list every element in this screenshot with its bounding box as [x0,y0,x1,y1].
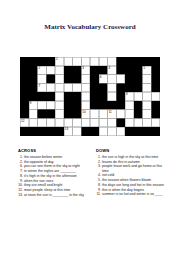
clue-item-text: people leave work and go home at this ti… [102,164,166,173]
clue-item-text: it's high in the sky in the afternoon [24,174,91,178]
clue-number: 1 [56,58,58,62]
letter-cell[interactable] [134,118,143,127]
block-cell [29,92,38,101]
block-cell [38,110,47,119]
letter-cell[interactable] [151,118,160,127]
letter-cell[interactable] [90,57,99,66]
letter-cell[interactable] [55,110,64,119]
letter-cell[interactable] [55,101,64,110]
block-cell [116,66,125,75]
letter-cell[interactable] [73,127,82,136]
block-cell [143,127,152,136]
clue-item-text: when the sun rises [24,178,91,182]
letter-cell[interactable] [143,101,152,110]
block-cell [38,57,47,66]
letter-cell[interactable] [38,75,47,84]
letter-cell[interactable] [143,92,152,101]
block-cell [90,101,99,110]
clue-number: 6 [100,75,102,79]
block-cell [90,75,99,84]
letter-cell[interactable] [108,57,117,66]
clue-item-text: at noon the sun is ________ in the sky [24,193,91,197]
clue-item: 7.in winter the nights are ________ [18,169,91,173]
clue-number: 11 [109,110,112,114]
letter-cell[interactable] [73,118,82,127]
letter-cell[interactable]: 2 [38,66,47,75]
block-cell [151,57,160,66]
clue-item-text: leaves do this in autumn [102,159,166,163]
letter-cell[interactable] [55,118,64,127]
block-cell [134,83,143,92]
block-cell [151,110,160,119]
block-cell [29,83,38,92]
letter-cell[interactable] [81,101,90,110]
letter-cell[interactable] [143,110,152,119]
clue-item: 8.it's high in the sky in the afternoon [18,174,91,178]
clue-item: 3.people leave work and go home at this … [96,164,166,173]
letter-cell[interactable]: 8 [125,92,134,101]
letter-cell[interactable] [108,127,117,136]
clue-item-text: the days are long and hot in this season [102,183,166,187]
letter-cell[interactable] [38,101,47,110]
letter-cell[interactable] [46,83,55,92]
clue-item: 9.when the sun rises [18,178,91,182]
worksheet-page: Matrix Vocabulary Crossword 123456789101… [0,0,180,256]
block-cell [125,57,134,66]
block-cell [20,57,29,66]
letter-cell[interactable] [64,118,73,127]
block-cell [64,92,73,101]
clue-number: 8 [126,93,128,97]
page-inner: Matrix Vocabulary Crossword 123456789101… [0,0,180,256]
clue-item: 6.you can see them in the sky at night [18,164,91,168]
clue-item: 10.they are small and bright [18,183,91,187]
letter-cell[interactable] [99,57,108,66]
across-header: ACROSS [18,148,91,153]
letter-cell[interactable] [108,75,117,84]
letter-cell[interactable] [29,118,38,127]
block-cell [29,66,38,75]
letter-cell[interactable]: 4 [108,66,117,75]
block-cell [64,75,73,84]
block-cell [90,127,99,136]
clue-number: 5 [144,66,146,70]
letter-cell[interactable] [108,83,117,92]
letter-cell[interactable]: 10 [81,110,90,119]
block-cell [73,101,82,110]
block-cell [134,66,143,75]
letter-cell[interactable] [64,57,73,66]
letter-cell[interactable] [108,92,117,101]
block-cell [116,57,125,66]
letter-cell[interactable] [73,57,82,66]
clue-item-text: they are small and bright [24,183,91,187]
letter-cell[interactable] [55,66,64,75]
letter-cell[interactable] [38,118,47,127]
block-cell [134,101,143,110]
clue-item: 11.summer is so hot and winter is so ___… [96,192,166,196]
block-cell [46,57,55,66]
clue-item-text: not cold [102,173,166,177]
letter-cell[interactable]: 13 [64,127,73,136]
letter-cell[interactable] [108,118,117,127]
clue-number: 4 [109,66,111,70]
letter-cell[interactable] [143,75,152,84]
clue-item: 1.the sun is high in the sky at this tim… [96,155,166,159]
clue-item-text: this is when the day begins [102,187,166,191]
letter-cell[interactable] [81,75,90,84]
letter-cell[interactable]: 1 [55,57,64,66]
clue-item-text: the opposite of day [24,159,91,163]
block-cell [73,110,82,119]
letter-cell[interactable]: 3 [81,66,90,75]
letter-cell[interactable] [55,83,64,92]
letter-cell[interactable] [55,92,64,101]
block-cell [134,127,143,136]
block-cell [20,83,29,92]
letter-cell[interactable] [99,127,108,136]
clue-number: 7 [39,84,41,88]
clue-number: 10 [82,110,85,114]
block-cell [46,75,55,84]
page-title: Matrix Vocabulary Crossword [0,23,180,31]
letter-cell[interactable]: 11 [108,110,117,119]
across-clues-section: ACROSS 1.the season before winter2.the o… [18,148,91,197]
block-cell [29,57,38,66]
clue-item: 12.most people sleep at this time [18,188,91,192]
block-cell [90,83,99,92]
block-cell [29,75,38,84]
letter-cell[interactable]: 6 [99,75,108,84]
letter-cell[interactable]: 9 [29,101,38,110]
letter-cell[interactable] [64,83,73,92]
block-cell [125,127,134,136]
letter-cell[interactable] [116,110,125,119]
letter-cell[interactable] [143,118,152,127]
block-cell [20,75,29,84]
clue-item-text: in winter the nights are ________ [24,169,91,173]
down-clue-list: 1.the sun is high in the sky at this tim… [96,155,166,197]
clue-number: 3 [82,66,84,70]
letter-cell[interactable] [134,92,143,101]
block-cell [116,101,125,110]
block-cell [143,57,152,66]
clue-number: 12 [21,119,24,123]
block-cell [81,127,90,136]
letter-cell[interactable] [29,110,38,119]
letter-cell[interactable]: 12 [20,118,29,127]
block-cell [64,66,73,75]
block-cell [46,110,55,119]
block-cell [20,92,29,101]
letter-cell[interactable] [125,118,134,127]
letter-cell[interactable] [90,118,99,127]
letter-cell[interactable]: 7 [38,83,47,92]
block-cell [99,66,108,75]
block-cell [90,66,99,75]
clue-item: 9.this is when the day begins [96,187,166,191]
clue-item: 2.the opposite of day [18,159,91,163]
down-header: DOWN [96,148,166,153]
letter-cell[interactable] [55,75,64,84]
block-cell [64,110,73,119]
letter-cell[interactable] [90,110,99,119]
letter-cell[interactable] [116,75,125,84]
clue-number: 2 [39,66,41,70]
block-cell [151,66,160,75]
block-cell [38,127,47,136]
block-cell [151,127,160,136]
block-cell [134,110,143,119]
block-cell [55,127,64,136]
block-cell [134,75,143,84]
across-clue-list: 1.the season before winter2.the opposite… [18,155,91,197]
block-cell [20,110,29,119]
clue-item-text: the season before winter [24,155,91,159]
block-cell [125,75,134,84]
block-cell [134,57,143,66]
block-cell [64,101,73,110]
letter-cell[interactable] [81,83,90,92]
block-cell [116,83,125,92]
block-cell [46,127,55,136]
block-cell [151,75,160,84]
block-cell [108,101,117,110]
letter-cell[interactable] [99,110,108,119]
block-cell [46,92,55,101]
clue-item: 13.at noon the sun is ________ in the sk… [18,193,91,197]
letter-cell[interactable] [81,118,90,127]
letter-cell[interactable] [151,92,160,101]
letter-cell[interactable] [46,66,55,75]
letter-cell[interactable] [125,101,134,110]
clue-item-text: you can see them in the sky at night [24,164,91,168]
block-cell [99,92,108,101]
clue-item-text: the sun is high in the sky at this time [102,155,166,159]
block-cell [125,83,134,92]
block-cell [99,101,108,110]
letter-cell[interactable]: 5 [143,66,152,75]
block-cell [20,66,29,75]
letter-cell[interactable] [99,118,108,127]
clue-number: 9 [30,101,32,105]
block-cell [90,92,99,101]
block-cell [99,83,108,92]
block-cell [125,66,134,75]
clue-item-text: the season when flowers bloom [102,178,166,182]
down-clues-section: DOWN 1.the sun is high in the sky at thi… [96,148,166,197]
letter-cell[interactable] [46,118,55,127]
letter-cell[interactable] [143,83,152,92]
crossword-grid: 12345678910111213 [20,57,160,136]
block-cell [151,101,160,110]
letter-cell[interactable] [73,83,82,92]
clue-item: 8.the days are long and hot in this seas… [96,183,166,187]
block-cell [20,101,29,110]
block-cell [73,75,82,84]
clue-item: 5.the season when flowers bloom [96,178,166,182]
letter-cell[interactable] [116,127,125,136]
block-cell [73,92,82,101]
clue-item-text: most people sleep at this time [24,188,91,192]
block-cell [38,92,47,101]
block-cell [116,92,125,101]
clue-number: 13 [65,128,68,132]
block-cell [29,127,38,136]
clue-item: 1.the season before winter [18,155,91,159]
clue-item-text: summer is so hot and winter is so ____ [102,192,166,196]
letter-cell[interactable] [81,92,90,101]
block-cell [73,66,82,75]
block-cell [116,118,125,127]
block-cell [151,83,160,92]
clue-item: 2.leaves do this in autumn [96,159,166,163]
block-cell [20,127,29,136]
letter-cell[interactable] [46,101,55,110]
letter-cell[interactable] [81,57,90,66]
clue-item: 4.not cold [96,173,166,177]
letter-cell[interactable] [125,110,134,119]
